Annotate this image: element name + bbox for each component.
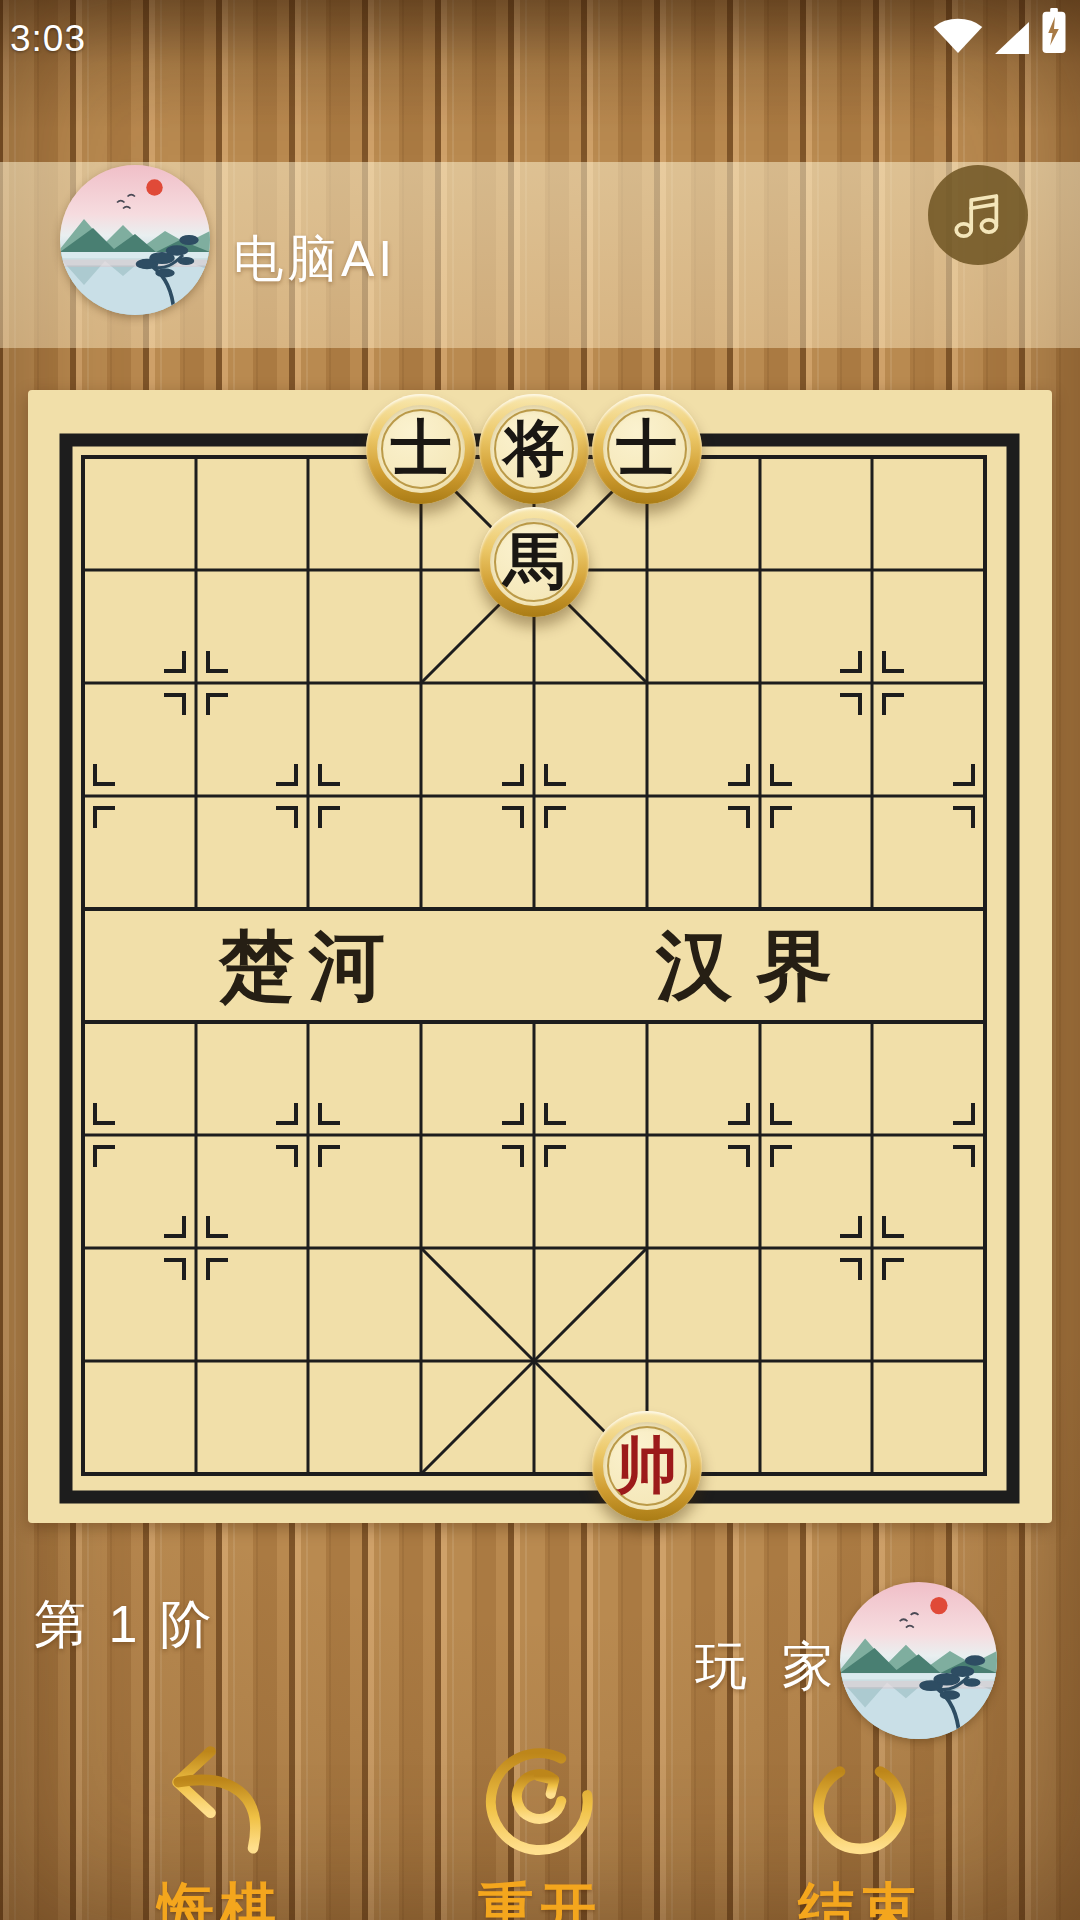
opponent-avatar <box>60 165 210 315</box>
status-icons <box>932 12 1068 58</box>
signal-icon <box>995 22 1029 58</box>
battery-charging-icon <box>1040 8 1068 58</box>
power-icon <box>801 1846 919 1863</box>
river-label-left: 楚河 <box>218 921 399 1010</box>
undo-label: 悔棋 <box>110 1872 330 1920</box>
player-avatar <box>840 1582 997 1739</box>
end-button[interactable]: 结束 <box>750 1742 970 1920</box>
restart-button[interactable]: 重开 <box>430 1742 650 1920</box>
opponent-name: 电脑AI <box>233 226 396 293</box>
player-label: 玩 家 <box>695 1632 843 1702</box>
river-label-right: 汉界 <box>655 921 856 1010</box>
status-time: 3:03 <box>10 18 86 60</box>
xiangqi-board[interactable]: 楚河 汉界 <box>28 390 1052 1523</box>
stage-label: 第 1 阶 <box>34 1590 216 1660</box>
music-button[interactable] <box>928 165 1028 265</box>
app-root: { "status_bar": { "time": "3:03", "icons… <box>0 0 1080 1920</box>
end-label: 结束 <box>750 1872 970 1920</box>
restart-icon <box>481 1846 599 1863</box>
music-note-icon <box>944 179 1012 251</box>
board-grid: 楚河 汉界 <box>28 390 1052 1523</box>
undo-button[interactable]: 悔棋 <box>110 1742 330 1920</box>
restart-label: 重开 <box>430 1872 650 1920</box>
action-bar: 悔棋 重开 结束 <box>0 1742 1080 1920</box>
wifi-icon <box>932 14 984 58</box>
undo-arrow-icon <box>161 1846 279 1863</box>
